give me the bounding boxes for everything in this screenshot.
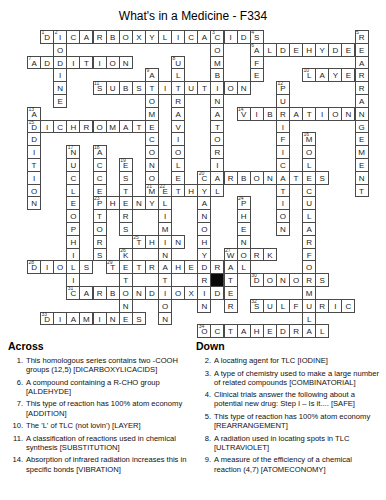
clue-number: 32 [251,299,257,304]
grid-cell[interactable]: A [79,286,93,300]
grid-cell[interactable]: 27W [224,248,238,262]
grid-cell[interactable]: 8U [171,56,185,70]
grid-cell[interactable]: N [53,81,67,95]
grid-cell[interactable]: T [158,273,172,287]
grid-cell[interactable]: T [119,184,133,198]
grid-cell[interactable]: L [158,30,172,44]
grid-cell[interactable]: 34O [197,324,211,338]
grid-cell[interactable]: 16M [302,132,316,146]
grid-cell[interactable]: C [66,30,80,44]
grid-cell[interactable]: 24P [237,196,251,210]
grid-cell[interactable]: 23P [93,196,107,210]
grid-cell[interactable]: H [184,184,198,198]
grid-cell[interactable]: N [276,273,290,287]
grid-cell[interactable]: L [171,158,185,172]
grid-cell[interactable]: 28D [27,260,41,274]
grid-cell[interactable]: C [93,158,107,172]
grid-cell[interactable]: R [93,235,107,249]
grid-cell[interactable]: I [158,209,172,223]
grid-cell[interactable]: 17N [66,145,80,159]
grid-cell[interactable]: R [171,94,185,108]
grid-cell[interactable]: T [224,273,238,287]
grid-cell[interactable]: T [289,171,303,185]
grid-cell[interactable]: G [355,120,369,134]
grid-cell[interactable]: F [276,132,290,146]
clue-number: 11 [94,81,99,86]
grid-cell[interactable]: E [224,286,238,300]
grid-cell[interactable]: I [276,120,290,134]
grid-cell[interactable]: N [27,196,41,210]
grid-cell[interactable]: C [66,171,80,185]
clue-number: 29 [107,260,113,265]
grid-cell[interactable]: T [276,184,290,198]
clue-item-number: 4. [196,390,211,408]
grid-cell[interactable]: Y [197,184,211,198]
across-clue-item: 6.A compound containing a R-CHO group [A… [8,378,190,396]
grid-cell[interactable]: I [171,30,185,44]
grid-cell[interactable]: S [119,171,133,185]
grid-cell[interactable]: L [66,260,80,274]
grid-cell[interactable]: U [302,196,316,210]
grid-cell[interactable]: 7A [27,56,41,70]
grid-cell[interactable]: N [210,94,224,108]
grid-cell[interactable]: U [276,94,290,108]
grid-cell[interactable]: M [302,286,316,300]
grid-cell[interactable]: 19E [119,158,133,172]
grid-cell[interactable]: E [355,43,369,57]
clue-number: 28 [29,260,35,265]
grid-cell[interactable]: N [106,312,120,326]
grid-cell[interactable]: O [171,145,185,159]
grid-cell[interactable]: N [263,171,277,185]
grid-cell[interactable]: L [302,312,316,326]
grid-cell[interactable]: L [302,209,316,223]
grid-cell[interactable]: I [66,248,80,262]
clue-number: 15 [29,120,35,125]
clue-number: 31 [68,286,74,291]
clue-item-number: 10. [8,421,23,430]
clue-number: 10 [304,68,310,73]
grid-cell[interactable]: A [119,120,133,134]
grid-cell[interactable]: I [171,132,185,146]
across-clue-item: 7.This type of reaction has 100% atom ec… [8,399,190,417]
grid-cell[interactable]: O [27,184,41,198]
grid-cell[interactable]: E [53,94,67,108]
grid-cell[interactable]: F [250,56,264,70]
grid-cell[interactable]: C [341,299,355,313]
grid-cell[interactable]: R [302,235,316,249]
grid-cell[interactable]: D [210,286,224,300]
grid-cell[interactable]: N [276,222,290,236]
grid-cell[interactable]: O [224,81,238,95]
grid-cell[interactable]: A [302,222,316,236]
grid-cell[interactable]: S [79,260,93,274]
grid-cell[interactable]: T [93,209,107,223]
grid-cell[interactable]: 11S [93,81,107,95]
grid-cell[interactable]: O [106,56,120,70]
grid-cell[interactable]: I [93,56,107,70]
grid-cell[interactable]: O [66,209,80,223]
grid-cell[interactable]: A [197,30,211,44]
grid-cell[interactable]: M [79,312,93,326]
grid-cell[interactable]: N [132,286,146,300]
grid-cell[interactable]: N [355,107,369,121]
grid-cell[interactable]: 12P [276,81,290,95]
grid-cell[interactable]: T [302,107,316,121]
grid-cell[interactable]: N [119,299,133,313]
grid-cell[interactable]: E [263,324,277,338]
grid-cell[interactable]: R [250,248,264,262]
grid-cell[interactable]: R [79,120,93,134]
grid-cell[interactable]: I [158,81,172,95]
grid-cell[interactable]: N [197,209,211,223]
clue-number: 20 [199,171,205,176]
grid-cell[interactable]: R [289,324,303,338]
grid-cell[interactable]: T [119,273,133,287]
grid-cell[interactable]: 3C [210,30,224,44]
grid-cell[interactable]: U [184,81,198,95]
grid-cell[interactable]: S [132,312,146,326]
grid-cell[interactable]: 32S [250,299,264,313]
grid-cell[interactable]: R [145,260,159,274]
grid-cell[interactable]: N [158,312,172,326]
grid-cell[interactable]: M [355,145,369,159]
grid-cell[interactable]: 20C [197,171,211,185]
grid-cell[interactable]: I [328,299,342,313]
grid-cell[interactable]: O [158,299,172,313]
grid-cell[interactable]: H [66,120,80,134]
grid-cell[interactable]: I [66,56,80,70]
grid-cell[interactable]: C [210,324,224,338]
grid-cell[interactable]: A [171,107,185,121]
grid-cell[interactable]: O [53,43,67,57]
grid-cell[interactable]: A [289,107,303,121]
grid-cell[interactable]: O [145,145,159,159]
grid-cell[interactable]: O [210,43,224,57]
grid-cell[interactable]: P [66,222,80,236]
grid-cell[interactable]: O [93,222,107,236]
grid-cell[interactable]: I [158,235,172,249]
grid-cell[interactable]: B [210,68,224,82]
grid-cell[interactable]: Y [197,248,211,262]
grid-cell[interactable]: B [237,171,251,185]
down-clue-item: 4.Clinical trials answer the following a… [196,390,380,408]
grid-cell[interactable]: O [93,120,107,134]
grid-cell[interactable]: O [145,94,159,108]
grid-cell[interactable]: 2I [53,30,67,44]
grid-cell[interactable]: T [132,260,146,274]
grid-cell[interactable]: O [276,209,290,223]
grid-cell[interactable]: D [40,56,54,70]
grid-cell[interactable]: L [276,299,290,313]
clue-number: 22 [160,184,166,189]
grid-cell[interactable]: 31C [66,286,80,300]
grid-cell[interactable]: I [158,286,172,300]
grid-cell[interactable]: Y [328,68,342,82]
grid-cell[interactable]: T [197,81,211,95]
grid-cell[interactable]: V [171,120,185,134]
grid-cell[interactable]: D [328,43,342,57]
grid-cell[interactable]: M [158,222,172,236]
grid-cell[interactable]: D [197,260,211,274]
grid-cell[interactable]: O [302,260,316,274]
grid-cell[interactable]: U [66,158,80,172]
grid-cell[interactable]: I [53,312,67,326]
grid-cell[interactable]: E [355,158,369,172]
grid-cell[interactable]: 5R [355,30,369,44]
grid-cell[interactable]: N [132,196,146,210]
grid-cell[interactable]: D [276,324,290,338]
grid-cell[interactable]: B [106,30,120,44]
grid-cell[interactable]: O [237,248,251,262]
grid-cell[interactable]: T [132,120,146,134]
grid-cell[interactable]: E [237,222,251,236]
grid-cell[interactable]: I [197,286,211,300]
clue-number: 8 [173,56,176,61]
grid-cell[interactable]: R [302,273,316,287]
grid-cell[interactable]: B [106,286,120,300]
grid-cell[interactable]: O [197,222,211,236]
grid-cell[interactable]: I [27,171,41,185]
grid-cell[interactable]: N [145,158,159,172]
clue-number: 26 [120,248,126,253]
clue-item-text: A locating agent for TLC [IODINE] [214,356,380,365]
grid-cell[interactable]: Y [315,43,329,57]
grid-cell[interactable]: R [355,81,369,95]
grid-cell[interactable]: 25T [132,235,146,249]
grid-cell[interactable]: N [237,235,251,249]
grid-cell[interactable]: E [119,260,133,274]
grid-cell[interactable]: Y [145,196,159,210]
grid-cell[interactable]: 18A [93,145,107,159]
grid-cell[interactable]: 21M [145,184,159,198]
grid-cell[interactable]: U [302,299,316,313]
grid-cell[interactable]: T [171,81,185,95]
grid-cell[interactable]: I [224,30,238,44]
grid-cell[interactable]: R [224,171,238,185]
grid-cell[interactable]: U [106,81,120,95]
grid-cell[interactable]: 29T [106,260,120,274]
grid-cell[interactable]: A [302,324,316,338]
grid-cell[interactable]: R [276,107,290,121]
grid-cell[interactable]: R [210,145,224,159]
grid-cell[interactable]: D [145,286,159,300]
grid-cell[interactable]: T [224,324,238,338]
grid-cell[interactable]: H [197,235,211,249]
grid-cell[interactable]: R [197,273,211,287]
grid-cell[interactable]: D [53,56,67,70]
grid-cell[interactable]: R [210,260,224,274]
grid-cell[interactable]: H [171,260,185,274]
grid-cell[interactable]: 30D [250,273,264,287]
grid-cell[interactable]: E [250,68,264,82]
grid-cell[interactable]: 6A [250,43,264,57]
clue-number: 16 [304,132,310,137]
grid-cell[interactable]: U [263,299,277,313]
grid-cell[interactable]: C [302,184,316,198]
grid-cell[interactable]: O [53,260,67,274]
grid-cell[interactable]: S [93,248,107,262]
grid-cell[interactable]: E [119,196,133,210]
grid-cell[interactable]: O [171,286,185,300]
clue-item-number: 14. [8,455,23,473]
grid-cell[interactable]: I [276,196,290,210]
grid-cell[interactable]: E [184,260,198,274]
grid-cell[interactable]: A [158,260,172,274]
grid-cell[interactable]: H [106,196,120,210]
grid-cell[interactable]: I [210,158,224,172]
grid-cell[interactable]: I [276,145,290,159]
across-clue-item: 1.This homologous series contains two -C… [8,356,190,374]
grid-cell[interactable]: S [315,171,329,185]
grid-cell[interactable]: 14V [237,107,251,121]
grid-cell[interactable]: N [197,299,211,313]
grid-cell[interactable]: I [40,260,54,274]
grid-cell[interactable]: H [66,235,80,249]
grid-cell[interactable]: F [289,299,303,313]
grid-cell[interactable]: E [341,68,355,82]
grid-cell[interactable]: O [302,145,316,159]
grid-cell[interactable]: H [145,235,159,249]
grid-cell[interactable]: S [119,222,133,236]
clue-item-text: This type of reaction has 100% atom econ… [26,399,190,417]
grid-cell[interactable]: S [315,273,329,287]
grid-cell[interactable]: A [224,260,238,274]
grid-cell[interactable]: R [224,299,238,313]
grid-cell[interactable]: E [289,43,303,57]
grid-cell[interactable]: M [106,120,120,134]
grid-cell[interactable]: T [210,120,224,134]
clue-item-number: 2. [196,356,211,365]
grid-cell[interactable]: X [184,286,198,300]
grid-cell[interactable]: A [237,324,251,338]
grid-cell[interactable]: C [93,171,107,185]
grid-cell[interactable]: A [79,30,93,44]
grid-cell[interactable]: O [328,107,342,121]
grid-cell[interactable]: R [355,68,369,82]
grid-cell[interactable]: I [40,120,54,134]
grid-cell[interactable]: E [341,43,355,57]
grid-cell[interactable]: O [119,286,133,300]
grid-cell[interactable]: R [93,286,107,300]
grid-cell[interactable]: L [171,68,185,82]
grid-cell[interactable]: N [158,248,172,262]
grid-cell[interactable]: O [250,171,264,185]
grid-cell[interactable]: I [93,312,107,326]
grid-cell[interactable]: L [302,158,316,172]
grid-cell[interactable]: A [355,94,369,108]
grid-cell[interactable]: 26K [119,248,133,262]
grid-cell[interactable]: O [119,30,133,44]
grid-cell[interactable]: Y [145,30,159,44]
grid-cell[interactable]: L [158,196,172,210]
grid-cell[interactable]: T [27,158,41,172]
grid-cell[interactable]: N [237,81,251,95]
grid-cell[interactable]: C [145,132,159,146]
grid-cell[interactable]: M [145,107,159,121]
grid-cell[interactable]: C [184,30,198,44]
clue-number: 21 [146,184,152,189]
grid-cell[interactable]: O [289,273,303,287]
grid-cell[interactable]: 33D [40,312,54,326]
down-clue-item: 5.This type of reaction has 100% atom ec… [196,412,380,430]
grid-cell[interactable]: A [210,171,224,185]
grid-cell[interactable]: 22E [158,184,172,198]
grid-cell[interactable]: H [250,324,264,338]
grid-cell[interactable]: N [119,56,133,70]
grid-cell[interactable]: X [132,30,146,44]
grid-cell[interactable]: L [210,184,224,198]
grid-cell[interactable]: C [276,158,290,172]
grid-cell[interactable]: N [355,171,369,185]
grid-cell[interactable]: T [79,56,93,70]
grid-cell[interactable]: B [263,107,277,121]
grid-cell[interactable]: A [197,196,211,210]
grid-cell[interactable]: C [53,120,67,134]
grid-cell[interactable]: L [237,260,251,274]
black-cell[interactable] [210,273,224,287]
grid-cell[interactable]: R [119,209,133,223]
grid-cell[interactable]: S [132,81,146,95]
grid-cell[interactable]: A [355,56,369,70]
clue-number: 23 [94,196,100,201]
grid-cell[interactable]: H [237,209,251,223]
grid-cell[interactable]: I [53,68,67,82]
grid-cell[interactable]: N [341,107,355,121]
grid-cell[interactable]: E [302,171,316,185]
grid-cell[interactable]: D [27,132,41,146]
grid-cell[interactable]: T [355,184,369,198]
grid-cell[interactable]: O [263,273,277,287]
grid-cell[interactable]: I [315,107,329,121]
grid-cell[interactable]: A [210,107,224,121]
grid-cell[interactable]: 1D [40,30,54,44]
grid-cell[interactable]: D [237,30,251,44]
grid-cell[interactable]: E [355,132,369,146]
grid-cell[interactable]: 9A [145,68,159,82]
grid-cell[interactable]: A [276,171,290,185]
grid-cell[interactable]: I [250,107,264,121]
grid-cell[interactable]: A [315,68,329,82]
grid-cell[interactable]: K [263,248,277,262]
grid-cell[interactable]: L [66,184,80,198]
grid-cell[interactable]: B [119,81,133,95]
grid-cell[interactable]: L [315,324,329,338]
grid-cell[interactable]: 10L [302,68,316,82]
grid-cell[interactable]: A [66,312,80,326]
clue-number: 14 [238,107,244,112]
grid-cell[interactable]: N [171,235,185,249]
grid-cell[interactable]: M [210,56,224,70]
grid-cell[interactable]: F [302,248,316,262]
grid-cell[interactable]: E [171,171,185,185]
grid-cell[interactable]: L [263,43,277,57]
grid-cell[interactable]: I [210,81,224,95]
grid-cell[interactable]: E [66,196,80,210]
grid-cell[interactable]: E [119,312,133,326]
grid-cell[interactable]: H [302,43,316,57]
grid-cell[interactable]: I [27,145,41,159]
grid-cell[interactable]: R [93,30,107,44]
grid-cell[interactable]: E [145,120,159,134]
grid-cell[interactable]: O [210,132,224,146]
grid-cell[interactable]: T [171,184,185,198]
grid-cell[interactable]: T [145,81,159,95]
grid-cell[interactable]: R [315,299,329,313]
clue-item-text: A radiation used in locating spots in TL… [214,434,380,452]
grid-cell[interactable]: 15D [27,120,41,134]
grid-cell[interactable]: D [276,43,290,57]
